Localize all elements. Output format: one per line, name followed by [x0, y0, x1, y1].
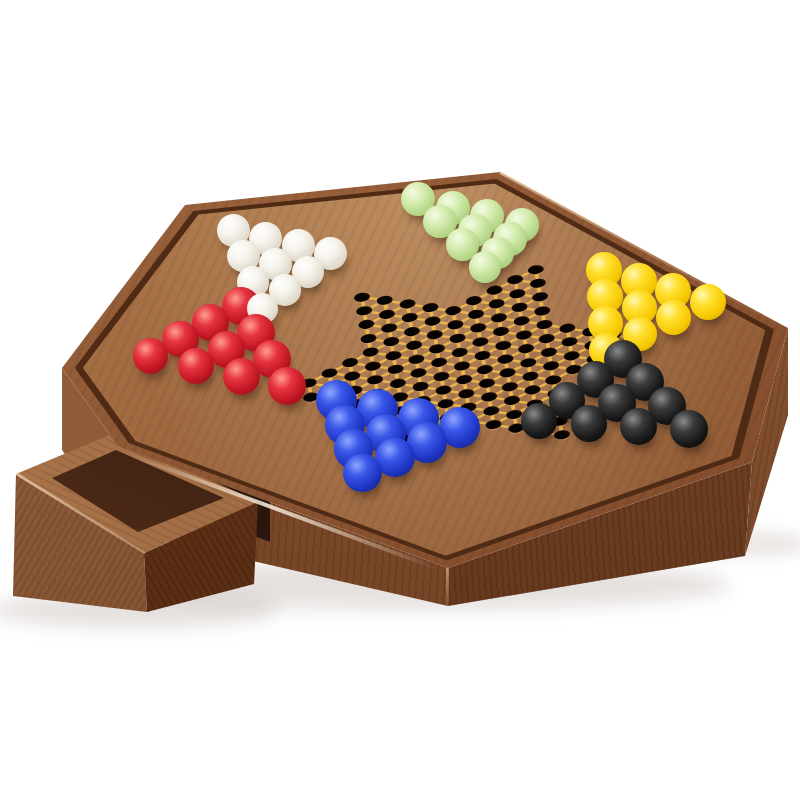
board-hole[interactable] — [472, 336, 489, 347]
marble-blue[interactable] — [343, 454, 382, 493]
board-hole[interactable] — [431, 357, 448, 368]
board-hole[interactable] — [527, 264, 544, 275]
board-hole[interactable] — [499, 367, 516, 378]
board-hole[interactable] — [433, 371, 450, 382]
board-hole[interactable] — [532, 291, 549, 302]
board-hole[interactable] — [445, 305, 462, 316]
marble-black[interactable] — [521, 403, 557, 439]
marble-black[interactable] — [571, 405, 607, 441]
board-hole[interactable] — [520, 357, 537, 368]
board-hole[interactable] — [476, 364, 493, 375]
marble-green[interactable] — [469, 251, 501, 283]
board-hole[interactable] — [406, 340, 423, 351]
board-hole[interactable] — [341, 357, 358, 368]
board-hole[interactable] — [497, 354, 514, 365]
board-hole[interactable] — [378, 309, 395, 320]
board-hole[interactable] — [478, 378, 495, 389]
board-hole[interactable] — [563, 350, 580, 361]
board-hole[interactable] — [364, 360, 381, 371]
board-hole[interactable] — [435, 385, 452, 396]
board-hole[interactable] — [503, 395, 520, 406]
board-hole[interactable] — [358, 319, 375, 330]
board-hole[interactable] — [467, 309, 484, 320]
board-hole[interactable] — [366, 374, 383, 385]
marble-yellow[interactable] — [690, 284, 726, 320]
board-hole[interactable] — [381, 322, 398, 333]
board-hole[interactable] — [447, 319, 464, 330]
board-hole[interactable] — [362, 347, 379, 358]
board-hole[interactable] — [412, 381, 429, 392]
marble-black[interactable] — [670, 410, 708, 448]
board-hole[interactable] — [451, 347, 468, 358]
board-hole[interactable] — [410, 367, 427, 378]
board-hole[interactable] — [518, 343, 535, 354]
board-hole[interactable] — [458, 388, 475, 399]
board-hole[interactable] — [356, 305, 373, 316]
marble-red[interactable] — [223, 358, 260, 395]
board-hole[interactable] — [403, 326, 420, 337]
board-hole[interactable] — [486, 285, 503, 296]
board-hole[interactable] — [506, 409, 523, 420]
board-hole[interactable] — [553, 429, 570, 440]
board-hole[interactable] — [515, 329, 532, 340]
board-hole[interactable] — [387, 364, 404, 375]
board-hole[interactable] — [488, 298, 505, 309]
board-hole[interactable] — [529, 278, 546, 289]
board-hole[interactable] — [424, 316, 441, 327]
board-hole[interactable] — [483, 405, 500, 416]
board-hole[interactable] — [485, 419, 502, 430]
board-hole[interactable] — [540, 347, 557, 358]
board-hole[interactable] — [511, 302, 528, 313]
board-hole[interactable] — [522, 371, 539, 382]
board-hole[interactable] — [474, 350, 491, 361]
board-hole[interactable] — [453, 360, 470, 371]
board-hole[interactable] — [465, 295, 482, 306]
board-hole[interactable] — [360, 333, 377, 344]
board-hole[interactable] — [408, 353, 425, 364]
board-hole[interactable] — [543, 360, 560, 371]
board-hole[interactable] — [534, 305, 551, 316]
board-hole[interactable] — [501, 381, 518, 392]
board-hole[interactable] — [495, 340, 512, 351]
board-hole[interactable] — [428, 343, 445, 354]
board-hole[interactable] — [559, 323, 576, 334]
board-hole[interactable] — [385, 350, 402, 361]
front-corner-highlight — [446, 568, 449, 606]
board-hole[interactable] — [422, 302, 439, 313]
board-hole[interactable] — [389, 378, 406, 389]
marble-red[interactable] — [133, 338, 169, 374]
board-hole[interactable] — [399, 298, 416, 309]
board-hole[interactable] — [507, 274, 524, 285]
board-hole[interactable] — [490, 312, 507, 323]
product-scene: Chinese Checkers — [0, 0, 800, 800]
board-hole[interactable] — [456, 374, 473, 385]
board-hole[interactable] — [449, 333, 466, 344]
board-hole[interactable] — [353, 291, 370, 302]
page-title: Chinese Checkers — [0, 21, 1, 22]
board-hole[interactable] — [509, 288, 526, 299]
board-hole[interactable] — [561, 336, 578, 347]
board-hole[interactable] — [492, 326, 509, 337]
board-hole[interactable] — [376, 295, 393, 306]
board-hole[interactable] — [536, 319, 553, 330]
board-hole[interactable] — [538, 333, 555, 344]
board-hole[interactable] — [321, 367, 338, 378]
board-hole[interactable] — [401, 312, 418, 323]
board-hole[interactable] — [344, 371, 361, 382]
